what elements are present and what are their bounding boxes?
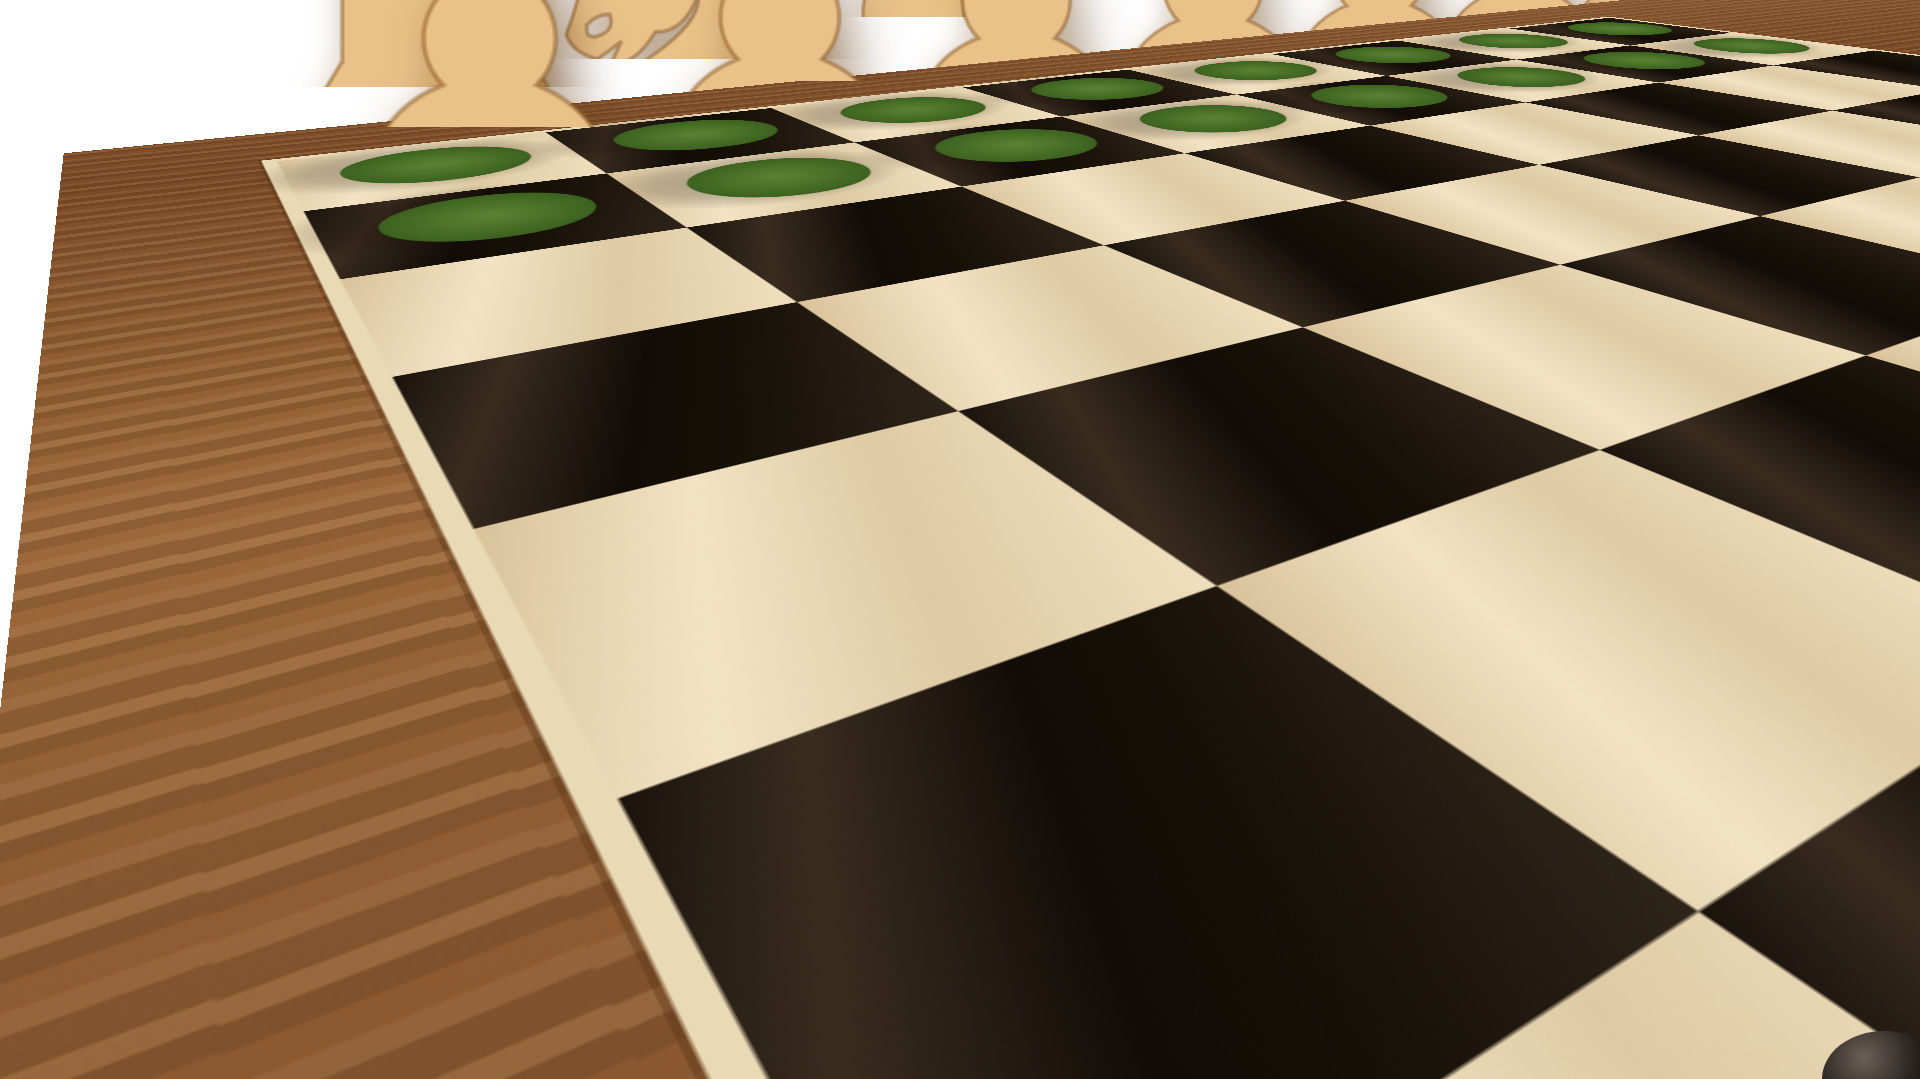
chessboard: ♜♞♝♛♚♝♞♜♟♟♟♟♟♟♟♟ [64,0,1920,218]
square-f6[interactable] [1600,355,1920,652]
photo-scene: ♜♞♝♛♚♝♞♜♟♟♟♟♟♟♟♟ [0,0,1920,1079]
perspective-viewport: ♜♞♝♛♚♝♞♜♟♟♟♟♟♟♟♟ [0,0,1920,1079]
